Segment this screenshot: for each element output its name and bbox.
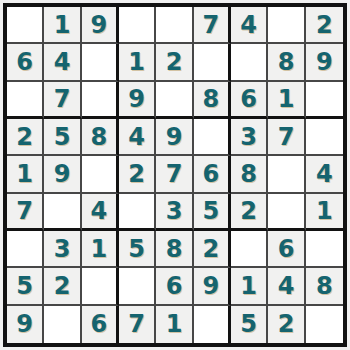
cell-r9c5: 1 xyxy=(156,306,193,343)
cell-r1c2: 1 xyxy=(44,7,81,44)
cell-r7c9[interactable] xyxy=(306,231,343,268)
cell-r4c8: 7 xyxy=(268,119,305,156)
cell-r5c4: 2 xyxy=(119,156,156,193)
cell-r3c2: 7 xyxy=(44,82,81,119)
sudoku-board: 1974264128979861258493719276847435213158… xyxy=(3,3,347,347)
cell-r7c1[interactable] xyxy=(7,231,44,268)
cell-r9c4: 7 xyxy=(119,306,156,343)
cell-r2c7[interactable] xyxy=(231,44,268,81)
cell-r7c6: 2 xyxy=(194,231,231,268)
cell-r4c3: 8 xyxy=(82,119,119,156)
cell-r7c2: 3 xyxy=(44,231,81,268)
cell-r1c9: 2 xyxy=(306,7,343,44)
cell-r5c6: 6 xyxy=(194,156,231,193)
cell-r5c1: 1 xyxy=(7,156,44,193)
cell-r2c3[interactable] xyxy=(82,44,119,81)
cell-r9c6[interactable] xyxy=(194,306,231,343)
cell-r8c1: 5 xyxy=(7,268,44,305)
cell-r6c8[interactable] xyxy=(268,194,305,231)
cell-r1c8[interactable] xyxy=(268,7,305,44)
cell-r1c5[interactable] xyxy=(156,7,193,44)
cell-r1c4[interactable] xyxy=(119,7,156,44)
cell-r2c8: 8 xyxy=(268,44,305,81)
cell-r6c7: 2 xyxy=(231,194,268,231)
cell-r4c9[interactable] xyxy=(306,119,343,156)
page: 1974264128979861258493719276847435213158… xyxy=(0,0,350,350)
cell-r9c8: 2 xyxy=(268,306,305,343)
cell-r4c5: 9 xyxy=(156,119,193,156)
cell-r8c8: 4 xyxy=(268,268,305,305)
cell-r9c9[interactable] xyxy=(306,306,343,343)
cell-r7c4: 5 xyxy=(119,231,156,268)
cell-r2c5: 2 xyxy=(156,44,193,81)
cell-r2c2: 4 xyxy=(44,44,81,81)
cell-r8c3[interactable] xyxy=(82,268,119,305)
cell-r9c3: 6 xyxy=(82,306,119,343)
cell-r1c1[interactable] xyxy=(7,7,44,44)
cell-r6c2[interactable] xyxy=(44,194,81,231)
cell-r4c7: 3 xyxy=(231,119,268,156)
cell-r2c9: 9 xyxy=(306,44,343,81)
cell-r4c6[interactable] xyxy=(194,119,231,156)
cell-r3c6: 8 xyxy=(194,82,231,119)
cell-r4c2: 5 xyxy=(44,119,81,156)
cell-r5c2: 9 xyxy=(44,156,81,193)
cell-r8c5: 6 xyxy=(156,268,193,305)
cell-r2c6[interactable] xyxy=(194,44,231,81)
cell-r2c4: 1 xyxy=(119,44,156,81)
cell-r4c4: 4 xyxy=(119,119,156,156)
cell-r8c2: 2 xyxy=(44,268,81,305)
cell-r3c3[interactable] xyxy=(82,82,119,119)
cell-r7c7[interactable] xyxy=(231,231,268,268)
cell-r9c2[interactable] xyxy=(44,306,81,343)
cell-r6c1: 7 xyxy=(7,194,44,231)
cell-r6c6: 5 xyxy=(194,194,231,231)
cell-r8c4[interactable] xyxy=(119,268,156,305)
cell-r5c5: 7 xyxy=(156,156,193,193)
cell-r7c5: 8 xyxy=(156,231,193,268)
cell-r7c3: 1 xyxy=(82,231,119,268)
cell-r5c9: 4 xyxy=(306,156,343,193)
cell-r9c1: 9 xyxy=(7,306,44,343)
cell-r1c3: 9 xyxy=(82,7,119,44)
cell-r3c5[interactable] xyxy=(156,82,193,119)
cell-r8c9: 8 xyxy=(306,268,343,305)
cell-r5c3[interactable] xyxy=(82,156,119,193)
cell-r5c8[interactable] xyxy=(268,156,305,193)
cell-r8c7: 1 xyxy=(231,268,268,305)
cell-r3c4: 9 xyxy=(119,82,156,119)
cell-r1c7: 4 xyxy=(231,7,268,44)
cell-r3c7: 6 xyxy=(231,82,268,119)
cell-r3c8: 1 xyxy=(268,82,305,119)
cell-r7c8: 6 xyxy=(268,231,305,268)
cell-r3c9[interactable] xyxy=(306,82,343,119)
cell-r4c1: 2 xyxy=(7,119,44,156)
cell-r2c1: 6 xyxy=(7,44,44,81)
cell-r8c6: 9 xyxy=(194,268,231,305)
cell-r6c3: 4 xyxy=(82,194,119,231)
cell-r9c7: 5 xyxy=(231,306,268,343)
cell-r5c7: 8 xyxy=(231,156,268,193)
cell-r6c9: 1 xyxy=(306,194,343,231)
cell-r6c4[interactable] xyxy=(119,194,156,231)
cell-r1c6: 7 xyxy=(194,7,231,44)
cell-r3c1[interactable] xyxy=(7,82,44,119)
cell-r6c5: 3 xyxy=(156,194,193,231)
